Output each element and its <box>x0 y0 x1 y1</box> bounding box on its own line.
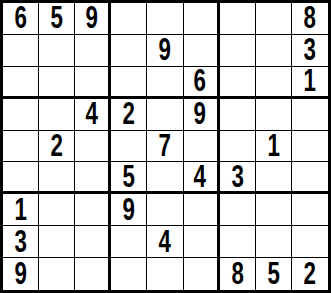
given-digit: 6 <box>194 67 206 97</box>
cell-r9c7[interactable]: 8 <box>220 258 256 290</box>
cell-r2c1[interactable] <box>3 35 39 67</box>
cell-r1c5[interactable] <box>147 3 183 35</box>
cell-r8c1[interactable]: 3 <box>3 226 39 258</box>
cell-r9c2[interactable] <box>39 258 75 290</box>
cell-r9c4[interactable] <box>111 258 147 290</box>
given-digit: 8 <box>231 258 243 290</box>
cell-r5c9[interactable] <box>292 131 328 163</box>
cell-r4c5[interactable] <box>147 99 183 131</box>
cell-r2c9[interactable]: 3 <box>292 35 328 67</box>
cell-r7c7[interactable] <box>220 194 256 226</box>
cell-r2c8[interactable] <box>256 35 292 67</box>
cell-r4c6[interactable]: 9 <box>184 99 220 131</box>
cell-r7c3[interactable] <box>75 194 111 226</box>
given-digit: 1 <box>267 131 279 162</box>
cell-r2c5[interactable]: 9 <box>147 35 183 67</box>
cell-r1c9[interactable]: 8 <box>292 3 328 35</box>
cell-r4c3[interactable]: 4 <box>75 99 111 131</box>
cell-r6c8[interactable] <box>256 162 292 194</box>
cell-r6c7[interactable]: 3 <box>220 162 256 194</box>
cell-r3c4[interactable] <box>111 67 147 99</box>
cell-r6c1[interactable] <box>3 162 39 194</box>
cell-r1c6[interactable] <box>184 3 220 35</box>
cell-r4c7[interactable] <box>220 99 256 131</box>
cell-r7c4[interactable]: 9 <box>111 194 147 226</box>
cell-r4c1[interactable] <box>3 99 39 131</box>
cell-r8c6[interactable] <box>184 226 220 258</box>
cell-r3c5[interactable] <box>147 67 183 99</box>
given-digit: 9 <box>86 3 98 34</box>
given-digit: 9 <box>194 99 206 130</box>
cell-r9c8[interactable]: 5 <box>256 258 292 290</box>
cell-r1c7[interactable] <box>220 3 256 35</box>
cell-r5c6[interactable] <box>184 131 220 163</box>
cell-r2c7[interactable] <box>220 35 256 67</box>
cell-r9c5[interactable] <box>147 258 183 290</box>
cell-r6c2[interactable] <box>39 162 75 194</box>
cell-r1c3[interactable]: 9 <box>75 3 111 35</box>
given-digit: 9 <box>14 258 26 290</box>
given-digit: 4 <box>194 162 206 192</box>
cell-r4c4[interactable]: 2 <box>111 99 147 131</box>
cell-r6c3[interactable] <box>75 162 111 194</box>
cell-r7c5[interactable] <box>147 194 183 226</box>
given-digit: 3 <box>231 162 243 192</box>
cell-r2c6[interactable] <box>184 35 220 67</box>
cell-r8c3[interactable] <box>75 226 111 258</box>
cell-r9c3[interactable] <box>75 258 111 290</box>
cell-r1c1[interactable]: 6 <box>3 3 39 35</box>
cell-r5c1[interactable] <box>3 131 39 163</box>
given-digit: 4 <box>159 226 171 257</box>
cell-r3c8[interactable] <box>256 67 292 99</box>
given-digit: 9 <box>123 194 135 225</box>
given-digit: 5 <box>50 3 62 34</box>
cell-r3c1[interactable] <box>3 67 39 99</box>
given-digit: 2 <box>123 99 135 130</box>
cell-r1c8[interactable] <box>256 3 292 35</box>
cell-r5c2[interactable]: 2 <box>39 131 75 163</box>
given-digit: 2 <box>50 131 62 162</box>
given-digit: 7 <box>159 131 171 162</box>
cell-r8c7[interactable] <box>220 226 256 258</box>
cell-r7c9[interactable] <box>292 194 328 226</box>
cell-r4c9[interactable] <box>292 99 328 131</box>
cell-r7c6[interactable] <box>184 194 220 226</box>
cell-r6c6[interactable]: 4 <box>184 162 220 194</box>
cell-r3c2[interactable] <box>39 67 75 99</box>
sudoku-board: 6598936142927154319349852 <box>0 0 331 293</box>
cell-r8c8[interactable] <box>256 226 292 258</box>
given-digit: 8 <box>304 3 316 34</box>
cell-r2c2[interactable] <box>39 35 75 67</box>
given-digit: 5 <box>267 258 279 290</box>
cell-r4c8[interactable] <box>256 99 292 131</box>
given-digit: 1 <box>304 67 316 97</box>
cell-r1c2[interactable]: 5 <box>39 3 75 35</box>
cell-r7c2[interactable] <box>39 194 75 226</box>
cell-r3c7[interactable] <box>220 67 256 99</box>
given-digit: 9 <box>159 35 171 66</box>
cell-r5c4[interactable] <box>111 131 147 163</box>
given-digit: 6 <box>14 3 26 34</box>
cell-r2c3[interactable] <box>75 35 111 67</box>
cell-r6c9[interactable] <box>292 162 328 194</box>
cell-r9c9[interactable]: 2 <box>292 258 328 290</box>
cell-r6c4[interactable]: 5 <box>111 162 147 194</box>
cell-r7c1[interactable]: 1 <box>3 194 39 226</box>
given-digit: 2 <box>304 258 316 290</box>
cell-r3c9[interactable]: 1 <box>292 67 328 99</box>
cell-r8c2[interactable] <box>39 226 75 258</box>
cell-r9c6[interactable] <box>184 258 220 290</box>
cell-r4c2[interactable] <box>39 99 75 131</box>
cell-r5c8[interactable]: 1 <box>256 131 292 163</box>
given-digit: 3 <box>304 35 316 66</box>
cell-r2c4[interactable] <box>111 35 147 67</box>
cell-r5c7[interactable] <box>220 131 256 163</box>
cell-r8c9[interactable] <box>292 226 328 258</box>
cell-r6c5[interactable] <box>147 162 183 194</box>
cell-r8c4[interactable] <box>111 226 147 258</box>
cell-r7c8[interactable] <box>256 194 292 226</box>
cell-r3c3[interactable] <box>75 67 111 99</box>
given-digit: 5 <box>123 162 135 192</box>
given-digit: 4 <box>86 99 98 130</box>
cell-r5c5[interactable]: 7 <box>147 131 183 163</box>
cell-r3c6[interactable]: 6 <box>184 67 220 99</box>
cell-r8c5[interactable]: 4 <box>147 226 183 258</box>
cell-r1c4[interactable] <box>111 3 147 35</box>
cell-r5c3[interactable] <box>75 131 111 163</box>
cell-r9c1[interactable]: 9 <box>3 258 39 290</box>
given-digit: 1 <box>14 194 26 225</box>
given-digit: 3 <box>14 226 26 257</box>
